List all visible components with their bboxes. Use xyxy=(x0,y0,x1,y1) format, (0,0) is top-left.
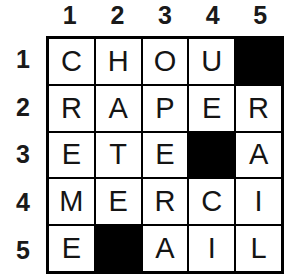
letter-cell-r3c1[interactable]: E xyxy=(49,133,94,178)
row-label-2: 2 xyxy=(0,84,46,132)
column-label-1: 1 xyxy=(46,0,94,36)
letter-cell-r3c5[interactable]: A xyxy=(236,133,281,178)
letter-cell-r2c4[interactable]: E xyxy=(189,86,234,131)
row-label-5: 5 xyxy=(0,226,46,274)
letter-cell-r4c5[interactable]: I xyxy=(236,179,281,224)
letter-cell-r2c1[interactable]: R xyxy=(49,86,94,131)
letter-cell-r5c3[interactable]: A xyxy=(143,226,188,271)
letter-cell-r4c4[interactable]: C xyxy=(189,179,234,224)
letter-cell-r3c2[interactable]: T xyxy=(96,133,141,178)
letter-cell-r4c3[interactable]: R xyxy=(143,179,188,224)
crossword-screen: 12345 12345 CHOURAPERETEAMERCIEAIL xyxy=(0,0,284,274)
letter-cell-r5c1[interactable]: E xyxy=(49,226,94,271)
letter-cell-r1c4[interactable]: U xyxy=(189,39,234,84)
letter-cell-r5c5[interactable]: L xyxy=(236,226,281,271)
column-labels: 12345 xyxy=(46,0,284,36)
crossword-board: CHOURAPERETEAMERCIEAIL xyxy=(46,36,284,274)
column-label-3: 3 xyxy=(141,0,189,36)
column-label-4: 4 xyxy=(189,0,237,36)
row-label-4: 4 xyxy=(0,179,46,227)
letter-cell-r5c4[interactable]: I xyxy=(189,226,234,271)
block-cell-r5c2 xyxy=(96,226,141,271)
letter-cell-r4c1[interactable]: M xyxy=(49,179,94,224)
row-labels: 12345 xyxy=(0,36,46,274)
letter-cell-r3c3[interactable]: E xyxy=(143,133,188,178)
block-cell-r3c4 xyxy=(189,133,234,178)
row-label-1: 1 xyxy=(0,36,46,84)
letter-cell-r1c2[interactable]: H xyxy=(96,39,141,84)
column-label-5: 5 xyxy=(236,0,284,36)
block-cell-r1c5 xyxy=(236,39,281,84)
letter-cell-r1c3[interactable]: O xyxy=(143,39,188,84)
column-label-2: 2 xyxy=(94,0,142,36)
row-label-3: 3 xyxy=(0,131,46,179)
letter-cell-r2c5[interactable]: R xyxy=(236,86,281,131)
letter-cell-r2c2[interactable]: A xyxy=(96,86,141,131)
letter-cell-r1c1[interactable]: C xyxy=(49,39,94,84)
letter-cell-r4c2[interactable]: E xyxy=(96,179,141,224)
letter-cell-r2c3[interactable]: P xyxy=(143,86,188,131)
